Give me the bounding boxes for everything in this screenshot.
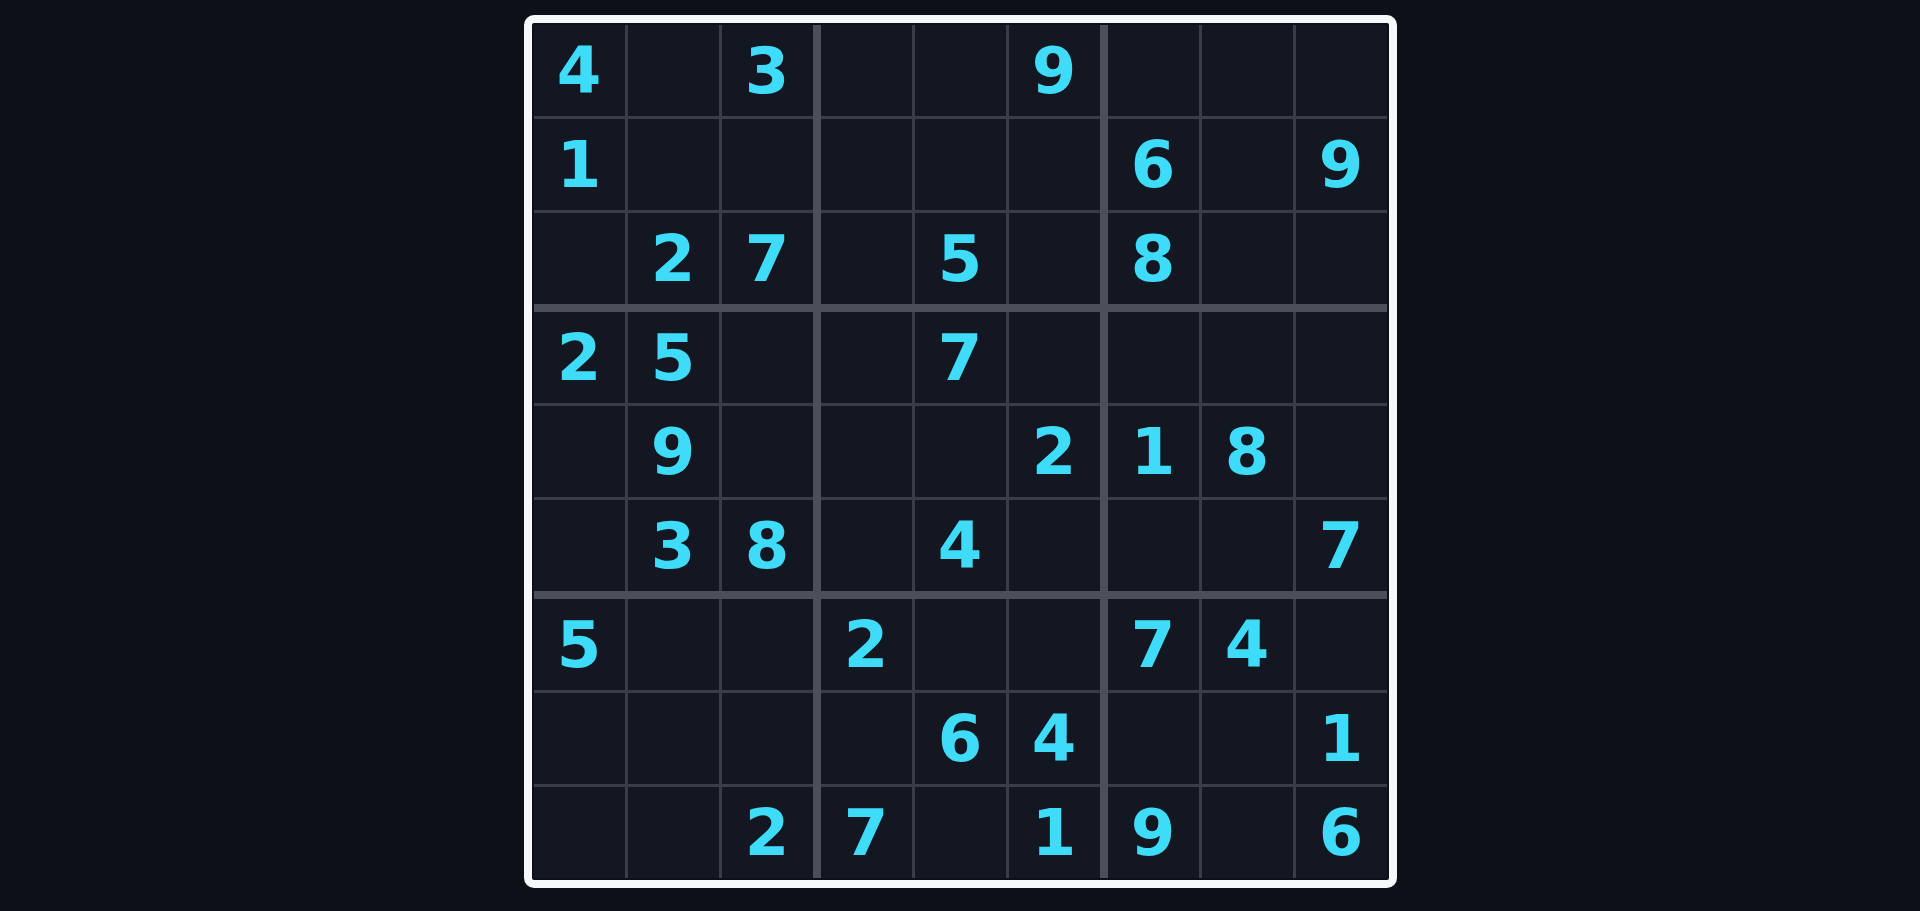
box-3: 698 [1108,25,1387,304]
sudoku-board: 431279569825938724187522647174196 [534,25,1387,878]
cell-r9c9[interactable]: 6 [1296,787,1387,878]
cell-r8c5[interactable]: 6 [915,693,1006,784]
given-digit: 9 [1131,801,1176,865]
cell-r7c5[interactable] [915,599,1006,690]
given-digit: 8 [745,514,790,578]
cell-r7c1[interactable]: 5 [534,599,625,690]
cell-r3c6[interactable] [1009,213,1100,304]
cell-r9c8[interactable] [1202,787,1293,878]
cell-r3c1[interactable] [534,213,625,304]
cell-r3c4[interactable] [821,213,912,304]
cell-r7c6[interactable] [1009,599,1100,690]
given-digit: 5 [651,326,696,390]
cell-r4c4[interactable] [821,312,912,403]
given-digit: 8 [1131,227,1176,291]
given-digit: 3 [745,39,790,103]
given-digit: 1 [1131,420,1176,484]
given-digit: 4 [557,39,602,103]
cell-r3c9[interactable] [1296,213,1387,304]
cell-r8c2[interactable] [628,693,719,784]
box-2: 95 [821,25,1100,304]
cell-r7c4[interactable]: 2 [821,599,912,690]
cell-r7c2[interactable] [628,599,719,690]
given-digit: 7 [938,326,983,390]
given-digit: 1 [1319,707,1364,771]
cell-r5c6[interactable]: 2 [1009,406,1100,497]
cell-r6c8[interactable] [1202,500,1293,591]
box-4: 25938 [534,312,813,591]
cell-r1c8[interactable] [1202,25,1293,116]
given-digit: 2 [745,801,790,865]
given-digit: 8 [1225,420,1270,484]
cell-r2c2[interactable] [628,119,719,210]
given-digit: 6 [938,707,983,771]
given-digit: 9 [651,420,696,484]
given-digit: 7 [844,801,889,865]
cell-r2c8[interactable] [1202,119,1293,210]
cell-r8c4[interactable] [821,693,912,784]
cell-r5c7[interactable]: 1 [1108,406,1199,497]
cell-r3c7[interactable]: 8 [1108,213,1199,304]
cell-r1c2[interactable] [628,25,719,116]
cell-r5c4[interactable] [821,406,912,497]
cell-r8c3[interactable] [722,693,813,784]
cell-r9c1[interactable] [534,787,625,878]
cell-r4c5[interactable]: 7 [915,312,1006,403]
box-6: 187 [1108,312,1387,591]
given-digit: 2 [844,613,889,677]
cell-r6c3[interactable]: 8 [722,500,813,591]
cell-r6c4[interactable] [821,500,912,591]
cell-r4c8[interactable] [1202,312,1293,403]
given-digit: 7 [1319,514,1364,578]
given-digit: 1 [1032,801,1077,865]
cell-r5c2[interactable]: 9 [628,406,719,497]
cell-r4c2[interactable]: 5 [628,312,719,403]
cell-r7c9[interactable] [1296,599,1387,690]
cell-r3c2[interactable]: 2 [628,213,719,304]
cell-r9c5[interactable] [915,787,1006,878]
cell-r4c1[interactable]: 2 [534,312,625,403]
cell-r4c6[interactable] [1009,312,1100,403]
cell-r5c5[interactable] [915,406,1006,497]
given-digit: 9 [1032,39,1077,103]
given-digit: 9 [1319,133,1364,197]
board-frame: 431279569825938724187522647174196 [524,15,1397,888]
cell-r1c5[interactable] [915,25,1006,116]
cell-r9c7[interactable]: 9 [1108,787,1199,878]
given-digit: 5 [557,613,602,677]
cell-r2c7[interactable]: 6 [1108,119,1199,210]
given-digit: 4 [938,514,983,578]
box-7: 52 [534,599,813,878]
given-digit: 2 [557,326,602,390]
cell-r3c5[interactable]: 5 [915,213,1006,304]
cell-r4c7[interactable] [1108,312,1199,403]
cell-r1c3[interactable]: 3 [722,25,813,116]
box-9: 74196 [1108,599,1387,878]
box-8: 26471 [821,599,1100,878]
cell-r2c9[interactable]: 9 [1296,119,1387,210]
cell-r9c4[interactable]: 7 [821,787,912,878]
cell-r5c1[interactable] [534,406,625,497]
cell-r3c3[interactable]: 7 [722,213,813,304]
cell-r5c8[interactable]: 8 [1202,406,1293,497]
given-digit: 2 [651,227,696,291]
given-digit: 6 [1319,801,1364,865]
given-digit: 4 [1225,613,1270,677]
cell-r8c7[interactable] [1108,693,1199,784]
cell-r9c2[interactable] [628,787,719,878]
cell-r8c9[interactable]: 1 [1296,693,1387,784]
cell-r7c3[interactable] [722,599,813,690]
box-1: 43127 [534,25,813,304]
cell-r6c2[interactable]: 3 [628,500,719,591]
cell-r2c4[interactable] [821,119,912,210]
cell-r8c8[interactable] [1202,693,1293,784]
cell-r6c1[interactable] [534,500,625,591]
given-digit: 2 [1032,420,1077,484]
given-digit: 6 [1131,133,1176,197]
cell-r2c3[interactable] [722,119,813,210]
cell-r7c7[interactable]: 7 [1108,599,1199,690]
cell-r6c6[interactable] [1009,500,1100,591]
cell-r3c8[interactable] [1202,213,1293,304]
cell-r1c9[interactable] [1296,25,1387,116]
cell-r2c6[interactable] [1009,119,1100,210]
cell-r9c3[interactable]: 2 [722,787,813,878]
cell-r9c6[interactable]: 1 [1009,787,1100,878]
cell-r6c5[interactable]: 4 [915,500,1006,591]
given-digit: 7 [745,227,790,291]
cell-r1c7[interactable] [1108,25,1199,116]
cell-r2c5[interactable] [915,119,1006,210]
given-digit: 4 [1032,707,1077,771]
cell-r1c1[interactable]: 4 [534,25,625,116]
cell-r4c3[interactable] [722,312,813,403]
box-5: 724 [821,312,1100,591]
cell-r7c8[interactable]: 4 [1202,599,1293,690]
cell-r4c9[interactable] [1296,312,1387,403]
given-digit: 3 [651,514,696,578]
given-digit: 7 [1131,613,1176,677]
cell-r1c6[interactable]: 9 [1009,25,1100,116]
cell-r8c6[interactable]: 4 [1009,693,1100,784]
cell-r8c1[interactable] [534,693,625,784]
cell-r5c3[interactable] [722,406,813,497]
cell-r5c9[interactable] [1296,406,1387,497]
cell-r1c4[interactable] [821,25,912,116]
cell-r6c7[interactable] [1108,500,1199,591]
cell-r2c1[interactable]: 1 [534,119,625,210]
cell-r6c9[interactable]: 7 [1296,500,1387,591]
given-digit: 1 [557,133,602,197]
given-digit: 5 [938,227,983,291]
